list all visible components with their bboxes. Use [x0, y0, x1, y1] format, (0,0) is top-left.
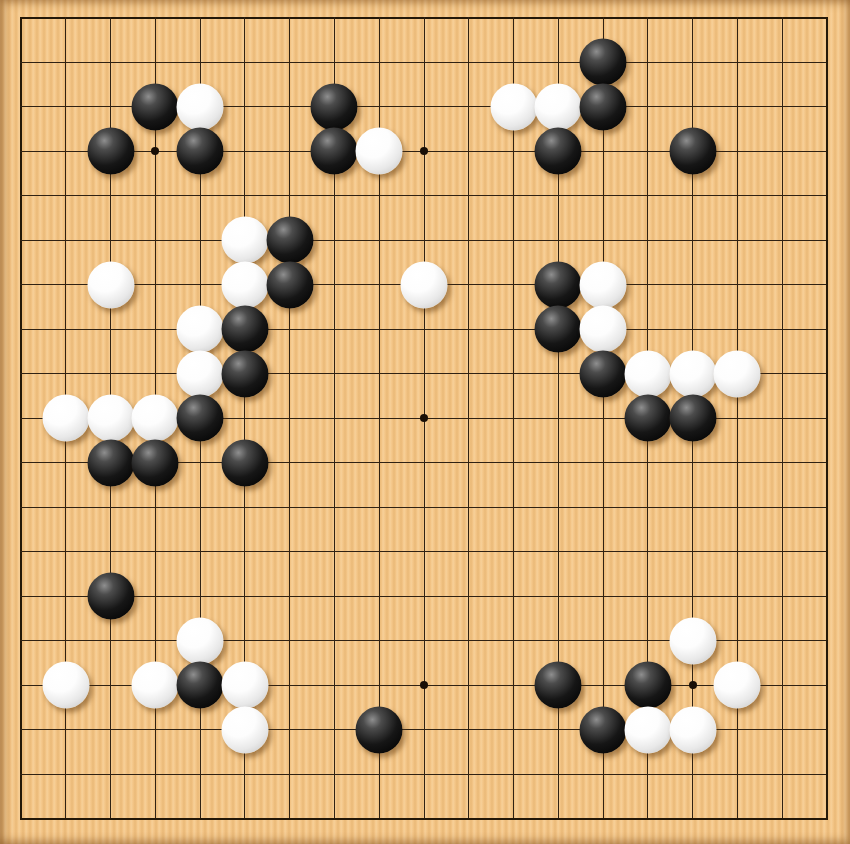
- white-stone: [490, 83, 537, 130]
- black-stone: [266, 217, 313, 264]
- white-stone: [177, 350, 224, 397]
- white-stone: [356, 128, 403, 175]
- black-stone: [87, 439, 134, 486]
- white-stone: [42, 662, 89, 709]
- black-stone: [266, 261, 313, 308]
- black-stone: [535, 306, 582, 353]
- grid-line-horizontal: [20, 507, 828, 508]
- white-stone: [132, 662, 179, 709]
- black-stone: [580, 350, 627, 397]
- white-stone: [87, 395, 134, 442]
- white-stone: [177, 83, 224, 130]
- star-point: [420, 147, 428, 155]
- black-stone: [132, 83, 179, 130]
- white-stone: [535, 83, 582, 130]
- white-stone: [580, 306, 627, 353]
- black-stone: [221, 439, 268, 486]
- black-stone: [221, 306, 268, 353]
- star-point: [151, 147, 159, 155]
- grid-line-vertical: [782, 17, 783, 821]
- black-stone: [624, 395, 671, 442]
- white-stone: [624, 706, 671, 753]
- grid-line-horizontal: [20, 818, 828, 820]
- white-stone: [624, 350, 671, 397]
- white-stone: [87, 261, 134, 308]
- go-board-screenshot: [0, 0, 850, 844]
- grid-line-vertical: [468, 17, 469, 821]
- white-stone: [42, 395, 89, 442]
- white-stone: [669, 706, 716, 753]
- white-stone: [580, 261, 627, 308]
- white-stone: [221, 217, 268, 264]
- grid-line-vertical: [513, 17, 514, 821]
- white-stone: [177, 306, 224, 353]
- black-stone: [311, 83, 358, 130]
- white-stone: [714, 350, 761, 397]
- black-stone: [669, 395, 716, 442]
- white-stone: [177, 617, 224, 664]
- white-stone: [669, 617, 716, 664]
- go-board[interactable]: [0, 0, 850, 844]
- white-stone: [221, 706, 268, 753]
- white-stone: [669, 350, 716, 397]
- black-stone: [580, 83, 627, 130]
- white-stone: [132, 395, 179, 442]
- grid-line-vertical: [603, 17, 604, 821]
- black-stone: [535, 128, 582, 175]
- black-stone: [87, 573, 134, 620]
- black-stone: [624, 662, 671, 709]
- black-stone: [669, 128, 716, 175]
- black-stone: [535, 261, 582, 308]
- star-point: [420, 414, 428, 422]
- black-stone: [311, 128, 358, 175]
- grid-line-horizontal: [20, 551, 828, 552]
- black-stone: [132, 439, 179, 486]
- star-point: [420, 681, 428, 689]
- black-stone: [580, 706, 627, 753]
- grid-line-horizontal: [20, 774, 828, 775]
- white-stone: [401, 261, 448, 308]
- black-stone: [177, 395, 224, 442]
- black-stone: [87, 128, 134, 175]
- white-stone: [221, 261, 268, 308]
- black-stone: [177, 662, 224, 709]
- black-stone: [535, 662, 582, 709]
- white-stone: [221, 662, 268, 709]
- black-stone: [177, 128, 224, 175]
- grid-line-horizontal: [20, 596, 828, 597]
- black-stone: [221, 350, 268, 397]
- star-point: [689, 681, 697, 689]
- black-stone: [356, 706, 403, 753]
- grid-line-vertical: [826, 17, 828, 821]
- black-stone: [580, 39, 627, 86]
- white-stone: [714, 662, 761, 709]
